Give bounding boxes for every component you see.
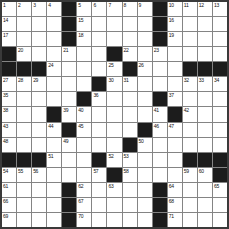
cell-r2c4[interactable] (47, 17, 61, 31)
cell-r3c4[interactable] (47, 32, 61, 46)
cell-r5c9 (123, 62, 137, 76)
cell-r8c15[interactable] (213, 107, 227, 121)
cell-r15c5 (62, 213, 76, 227)
clue-number: 49 (63, 138, 68, 144)
clue-number: 6 (93, 2, 95, 8)
cell-r3c2[interactable] (17, 32, 31, 46)
clue-number: 1 (3, 2, 5, 8)
cell-r13c9[interactable] (123, 183, 137, 197)
clue-number: 44 (48, 123, 53, 129)
cell-r1c11 (153, 2, 167, 16)
cell-r8c13[interactable]: 42 (183, 107, 197, 121)
clue-number: 56 (33, 168, 38, 174)
clue-number: 28 (18, 77, 23, 83)
cell-r15c10[interactable] (138, 213, 152, 227)
clue-number: 58 (124, 168, 129, 174)
cell-r11c3 (32, 153, 46, 167)
cell-r1c8[interactable]: 7 (107, 2, 121, 16)
clue-number: 37 (169, 92, 174, 98)
cell-r10c1[interactable]: 48 (2, 138, 16, 152)
clue-number: 54 (3, 168, 8, 174)
clue-number: 41 (154, 107, 159, 113)
cell-r1c1[interactable]: 1 (2, 2, 16, 16)
cell-r14c11 (153, 198, 167, 212)
cell-r10c15[interactable] (213, 138, 227, 152)
cell-r6c5[interactable] (62, 77, 76, 91)
cell-r12c4[interactable] (47, 168, 61, 182)
cell-r13c1[interactable]: 61 (2, 183, 16, 197)
clue-number: 17 (3, 32, 8, 38)
cell-r5c10[interactable]: 26 (138, 62, 152, 76)
clue-number: 69 (3, 213, 8, 219)
cell-r9c14[interactable] (198, 123, 212, 137)
cell-r14c8[interactable] (107, 198, 121, 212)
clue-number: 4 (48, 2, 50, 8)
cell-r2c6[interactable]: 15 (77, 17, 91, 31)
cell-r12c2[interactable]: 55 (17, 168, 31, 182)
cell-r8c11[interactable]: 41 (153, 107, 167, 121)
cell-r5c15 (213, 62, 227, 76)
cell-r1c12[interactable]: 10 (168, 2, 182, 16)
cell-r6c3[interactable]: 29 (32, 77, 46, 91)
cell-r7c7[interactable]: 36 (92, 92, 106, 106)
clue-number: 9 (139, 2, 141, 8)
cell-r2c11 (153, 17, 167, 31)
cell-r2c15[interactable] (213, 17, 227, 31)
cell-r9c11[interactable]: 46 (153, 123, 167, 137)
clue-number: 16 (169, 17, 174, 23)
cell-r9c12[interactable]: 47 (168, 123, 182, 137)
cell-r8c9[interactable] (123, 107, 137, 121)
cell-r14c5 (62, 198, 76, 212)
cell-r9c5 (62, 123, 76, 137)
cell-r8c6[interactable]: 40 (77, 107, 91, 121)
clue-number: 52 (108, 153, 113, 159)
clue-number: 12 (199, 2, 204, 8)
cell-r7c8[interactable] (107, 92, 121, 106)
cell-r2c8[interactable] (107, 17, 121, 31)
clue-number: 2 (18, 2, 20, 8)
cell-r10c2[interactable] (17, 138, 31, 152)
cell-r11c2 (17, 153, 31, 167)
cell-r11c1 (2, 153, 16, 167)
cell-r5c13 (183, 62, 197, 76)
cell-r9c2[interactable] (17, 123, 31, 137)
cell-r10c9 (123, 138, 137, 152)
clue-number: 38 (3, 107, 8, 113)
cell-r9c10 (138, 123, 152, 137)
cell-r14c9[interactable] (123, 198, 137, 212)
cell-r10c5[interactable]: 49 (62, 138, 76, 152)
cell-r12c8 (107, 168, 121, 182)
cell-r6c8[interactable]: 30 (107, 77, 121, 91)
cell-r13c15[interactable]: 65 (213, 183, 227, 197)
cell-r13c8[interactable]: 63 (107, 183, 121, 197)
cell-r12c5[interactable] (62, 168, 76, 182)
cell-r12c15 (213, 168, 227, 182)
cell-r4c12[interactable] (168, 47, 182, 61)
cell-r13c13[interactable] (183, 183, 197, 197)
cell-r2c3[interactable] (32, 17, 46, 31)
cell-r5c5[interactable] (62, 62, 76, 76)
cell-r6c9[interactable]: 31 (123, 77, 137, 91)
cell-r15c11 (153, 213, 167, 227)
clue-number: 55 (18, 168, 23, 174)
cell-r10c14[interactable] (198, 138, 212, 152)
clue-number: 47 (169, 123, 174, 129)
cell-r10c11[interactable] (153, 138, 167, 152)
cell-r2c5 (62, 17, 76, 31)
clue-number: 43 (3, 123, 8, 129)
clue-number: 15 (78, 17, 83, 23)
clue-number: 26 (139, 62, 144, 68)
cell-r11c6[interactable] (77, 153, 91, 167)
cell-r4c4[interactable] (47, 47, 61, 61)
cell-r3c14[interactable] (198, 32, 212, 46)
cell-r9c13[interactable] (183, 123, 197, 137)
cell-r10c6[interactable] (77, 138, 91, 152)
clue-number: 27 (3, 77, 8, 83)
cell-r11c4[interactable]: 51 (47, 153, 61, 167)
cell-r12c10[interactable] (138, 168, 152, 182)
cell-r4c9[interactable]: 22 (123, 47, 137, 61)
clue-number: 22 (124, 47, 129, 53)
cell-r3c13[interactable] (183, 32, 197, 46)
clue-number: 30 (108, 77, 113, 83)
cell-r4c10[interactable] (138, 47, 152, 61)
cell-r12c9[interactable]: 58 (123, 168, 137, 182)
cell-r5c14 (198, 62, 212, 76)
crossword-page: 1234567891011121314151617181920212223242… (0, 0, 229, 229)
cell-r3c1[interactable]: 17 (2, 32, 16, 46)
cell-r13c7[interactable] (92, 183, 106, 197)
cell-r1c7[interactable]: 6 (92, 2, 106, 16)
clue-number: 59 (184, 168, 189, 174)
cell-r8c14[interactable] (198, 107, 212, 121)
cell-r7c13[interactable] (183, 92, 197, 106)
cell-r13c12[interactable]: 64 (168, 183, 182, 197)
cell-r2c1[interactable]: 14 (2, 17, 16, 31)
clue-number: 32 (184, 77, 189, 83)
clue-number: 5 (78, 2, 80, 8)
cell-r1c13[interactable]: 11 (183, 2, 197, 16)
cell-r10c10[interactable]: 50 (138, 138, 152, 152)
clue-number: 46 (154, 123, 159, 129)
cell-r2c14[interactable] (198, 17, 212, 31)
cell-r15c2[interactable] (17, 213, 31, 227)
cell-r1c15[interactable]: 13 (213, 2, 227, 16)
cell-r5c6[interactable] (77, 62, 91, 76)
cell-r10c12[interactable] (168, 138, 182, 152)
cell-r4c3[interactable] (32, 47, 46, 61)
cell-r2c12[interactable]: 16 (168, 17, 182, 31)
clue-number: 45 (78, 123, 83, 129)
cell-r6c12[interactable] (168, 77, 182, 91)
cell-r7c15[interactable] (213, 92, 227, 106)
cell-r14c6[interactable]: 67 (77, 198, 91, 212)
cell-r15c15[interactable] (213, 213, 227, 227)
cell-r2c2[interactable] (17, 17, 31, 31)
cell-r3c8[interactable] (107, 32, 121, 46)
cell-r9c3[interactable] (32, 123, 46, 137)
cell-r7c3[interactable] (32, 92, 46, 106)
clue-number: 71 (169, 213, 174, 219)
cell-r8c2[interactable] (17, 107, 31, 121)
cell-r6c1[interactable]: 27 (2, 77, 16, 91)
cell-r9c8[interactable] (107, 123, 121, 137)
clue-number: 50 (139, 138, 144, 144)
cell-r4c11[interactable]: 23 (153, 47, 167, 61)
clue-number: 57 (93, 168, 98, 174)
clue-number: 29 (33, 77, 38, 83)
cell-r11c5[interactable] (62, 153, 76, 167)
cell-r4c2[interactable]: 20 (17, 47, 31, 61)
clue-number: 19 (169, 32, 174, 38)
cell-r13c4[interactable] (47, 183, 61, 197)
cell-r7c1[interactable]: 35 (2, 92, 16, 106)
cell-r1c4[interactable]: 4 (47, 2, 61, 16)
clue-number: 70 (78, 213, 83, 219)
cell-r11c13 (183, 153, 197, 167)
cell-r5c4[interactable]: 24 (47, 62, 61, 76)
cell-r12c13[interactable]: 59 (183, 168, 197, 182)
cell-r2c10[interactable] (138, 17, 152, 31)
cell-r13c5 (62, 183, 76, 197)
cell-r4c1 (2, 47, 16, 61)
cell-r2c7[interactable] (92, 17, 106, 31)
cell-r8c5[interactable]: 39 (62, 107, 76, 121)
cell-r15c4[interactable] (47, 213, 61, 227)
clue-number: 7 (108, 2, 110, 8)
cell-r9c9[interactable] (123, 123, 137, 137)
cell-r8c10[interactable] (138, 107, 152, 121)
cell-r6c15[interactable]: 34 (213, 77, 227, 91)
clue-number: 63 (108, 183, 113, 189)
cell-r11c9[interactable]: 53 (123, 153, 137, 167)
clue-number: 34 (214, 77, 219, 83)
cell-r15c12[interactable]: 71 (168, 213, 182, 227)
clue-number: 10 (169, 2, 174, 8)
cell-r3c5 (62, 32, 76, 46)
clue-number: 24 (48, 62, 53, 68)
cell-r3c11 (153, 32, 167, 46)
cell-r11c7 (92, 153, 106, 167)
cell-r5c12[interactable] (168, 62, 182, 76)
cell-r1c10[interactable]: 9 (138, 2, 152, 16)
cell-r14c4[interactable] (47, 198, 61, 212)
cell-r10c13[interactable] (183, 138, 197, 152)
cell-r14c3[interactable] (32, 198, 46, 212)
cell-r4c7[interactable] (92, 47, 106, 61)
cell-r1c14[interactable]: 12 (198, 2, 212, 16)
cell-r15c6[interactable]: 70 (77, 213, 91, 227)
cell-r1c9[interactable]: 8 (123, 2, 137, 16)
cell-r3c6[interactable]: 18 (77, 32, 91, 46)
cell-r3c7[interactable] (92, 32, 106, 46)
cell-r15c8[interactable] (107, 213, 121, 227)
cell-r7c9[interactable] (123, 92, 137, 106)
cell-r5c11[interactable] (153, 62, 167, 76)
cell-r11c8[interactable]: 52 (107, 153, 121, 167)
clue-number: 42 (184, 107, 189, 113)
clue-number: 20 (18, 47, 23, 53)
cell-r8c1[interactable]: 38 (2, 107, 16, 121)
clue-number: 33 (199, 77, 204, 83)
clue-number: 60 (199, 168, 204, 174)
cell-r14c13[interactable] (183, 198, 197, 212)
clue-number: 48 (3, 138, 8, 144)
clue-number: 3 (33, 2, 35, 8)
cell-r12c3[interactable]: 56 (32, 168, 46, 182)
cell-r6c2[interactable]: 28 (17, 77, 31, 91)
clue-number: 13 (214, 2, 219, 8)
cell-r5c3 (32, 62, 46, 76)
cell-r9c6[interactable]: 45 (77, 123, 91, 137)
cell-r5c1 (2, 62, 16, 76)
cell-r14c15[interactable] (213, 198, 227, 212)
cell-r9c7[interactable] (92, 123, 106, 137)
clue-number: 31 (124, 77, 129, 83)
cell-r2c9[interactable] (123, 17, 137, 31)
cell-r1c5 (62, 2, 76, 16)
cell-r11c14 (198, 153, 212, 167)
cell-r4c13[interactable] (183, 47, 197, 61)
clue-number: 65 (214, 183, 219, 189)
cell-r10c3[interactable] (32, 138, 46, 152)
clue-number: 64 (169, 183, 174, 189)
cell-r13c11 (153, 183, 167, 197)
cell-r4c15[interactable] (213, 47, 227, 61)
cell-r7c14[interactable] (198, 92, 212, 106)
cell-r12c14[interactable]: 60 (198, 168, 212, 182)
cell-r7c2[interactable] (17, 92, 31, 106)
clue-number: 51 (48, 153, 53, 159)
cell-r4c6[interactable] (77, 47, 91, 61)
clue-number: 39 (63, 107, 68, 113)
cell-r3c15[interactable] (213, 32, 227, 46)
clue-number: 23 (154, 47, 159, 53)
clue-number: 68 (169, 198, 174, 204)
cell-r13c3[interactable] (32, 183, 46, 197)
cell-r8c7[interactable] (92, 107, 106, 121)
cell-r7c10[interactable] (138, 92, 152, 106)
cell-r3c3[interactable] (32, 32, 46, 46)
cell-r13c6[interactable]: 62 (77, 183, 91, 197)
clue-number: 40 (78, 107, 83, 113)
cell-r1c6[interactable]: 5 (77, 2, 91, 16)
clue-number: 21 (63, 47, 68, 53)
cell-r11c15 (213, 153, 227, 167)
cell-r8c4 (47, 107, 61, 121)
cell-r6c7 (92, 77, 106, 91)
clue-number: 36 (93, 92, 98, 98)
cell-r12c6[interactable] (77, 168, 91, 182)
cell-r4c8 (107, 47, 121, 61)
cell-r15c7[interactable] (92, 213, 106, 227)
cell-r3c12[interactable]: 19 (168, 32, 182, 46)
cell-r15c1[interactable]: 69 (2, 213, 16, 227)
cell-r2c13[interactable] (183, 17, 197, 31)
cell-r1c2[interactable]: 2 (17, 2, 31, 16)
cell-r9c15[interactable] (213, 123, 227, 137)
cell-r15c9[interactable] (123, 213, 137, 227)
clue-number: 25 (108, 62, 113, 68)
cell-r13c10[interactable] (138, 183, 152, 197)
crossword-board: 1234567891011121314151617181920212223242… (0, 0, 229, 229)
cell-r8c3[interactable] (32, 107, 46, 121)
cell-r11c12[interactable] (168, 153, 182, 167)
clue-number: 66 (3, 198, 8, 204)
cell-r5c8[interactable]: 25 (107, 62, 121, 76)
cell-r15c13[interactable] (183, 213, 197, 227)
cell-r10c7[interactable] (92, 138, 106, 152)
cell-r6c14[interactable]: 33 (198, 77, 212, 91)
cell-r12c7[interactable]: 57 (92, 168, 106, 182)
clue-number: 67 (78, 198, 83, 204)
cell-r1c3[interactable]: 3 (32, 2, 46, 16)
cell-r6c13[interactable]: 32 (183, 77, 197, 91)
cell-r13c14[interactable] (198, 183, 212, 197)
cell-r10c8[interactable] (107, 138, 121, 152)
cell-r14c12[interactable]: 68 (168, 198, 182, 212)
cell-r6c4[interactable] (47, 77, 61, 91)
cell-r6c6[interactable] (77, 77, 91, 91)
clue-number: 61 (3, 183, 8, 189)
cell-r14c1[interactable]: 66 (2, 198, 16, 212)
cell-r7c5[interactable] (62, 92, 76, 106)
cell-r8c12 (168, 107, 182, 121)
cell-r6c11[interactable] (153, 77, 167, 91)
cell-r7c6 (77, 92, 91, 106)
cell-r3c10[interactable] (138, 32, 152, 46)
cell-r12c12[interactable] (168, 168, 182, 182)
cell-r14c10[interactable] (138, 198, 152, 212)
cell-r14c7[interactable] (92, 198, 106, 212)
cell-r7c11 (153, 92, 167, 106)
cell-r10c4[interactable] (47, 138, 61, 152)
cell-r13c2[interactable] (17, 183, 31, 197)
cell-r15c14[interactable] (198, 213, 212, 227)
clue-number: 35 (3, 92, 8, 98)
cell-r15c3[interactable] (32, 213, 46, 227)
cell-r14c14[interactable] (198, 198, 212, 212)
cell-r4c14[interactable] (198, 47, 212, 61)
cell-r4c5[interactable]: 21 (62, 47, 76, 61)
cell-r7c12[interactable]: 37 (168, 92, 182, 106)
clue-number: 53 (124, 153, 129, 159)
cell-r7c4[interactable] (47, 92, 61, 106)
cell-r12c1[interactable]: 54 (2, 168, 16, 182)
cell-r14c2[interactable] (17, 198, 31, 212)
cell-r5c2 (17, 62, 31, 76)
cell-r3c9[interactable] (123, 32, 137, 46)
clue-number: 14 (3, 17, 8, 23)
clue-number: 18 (78, 32, 83, 38)
cell-r8c8[interactable] (107, 107, 121, 121)
cell-r5c7[interactable] (92, 62, 106, 76)
cell-r6c10[interactable] (138, 77, 152, 91)
clue-number: 8 (124, 2, 126, 8)
cell-r11c10[interactable] (138, 153, 152, 167)
cell-r9c1[interactable]: 43 (2, 123, 16, 137)
clue-number: 62 (78, 183, 83, 189)
clue-number: 11 (184, 2, 189, 8)
cell-r11c11[interactable] (153, 153, 167, 167)
cell-r9c4[interactable]: 44 (47, 123, 61, 137)
cell-r12c11[interactable] (153, 168, 167, 182)
